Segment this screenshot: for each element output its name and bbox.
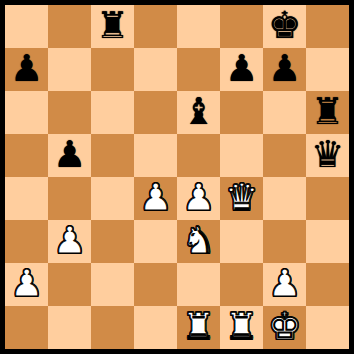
square-d2[interactable]: [134, 263, 177, 306]
square-e3[interactable]: ♞: [177, 220, 220, 263]
square-c2[interactable]: [91, 263, 134, 306]
square-f6[interactable]: [220, 91, 263, 134]
square-b7[interactable]: [48, 48, 91, 91]
piece-white-pawn-a2[interactable]: ♟: [10, 263, 43, 305]
piece-white-pawn-e4[interactable]: ♟: [182, 177, 215, 219]
square-g2[interactable]: ♟: [263, 263, 306, 306]
square-e7[interactable]: [177, 48, 220, 91]
square-a2[interactable]: ♟: [5, 263, 48, 306]
square-c4[interactable]: [91, 177, 134, 220]
square-h6[interactable]: ♜: [306, 91, 349, 134]
square-d6[interactable]: [134, 91, 177, 134]
piece-black-pawn-g7[interactable]: ♟: [268, 48, 301, 90]
square-f4[interactable]: ♛: [220, 177, 263, 220]
piece-white-queen-f4[interactable]: ♛: [225, 177, 258, 219]
square-h1[interactable]: [306, 306, 349, 349]
square-d7[interactable]: [134, 48, 177, 91]
square-f2[interactable]: [220, 263, 263, 306]
square-g4[interactable]: [263, 177, 306, 220]
board-frame: ♜♚♟♟♟♝♜♟♛♟♟♛♟♞♟♟♜♜♚: [0, 0, 354, 354]
piece-black-pawn-b5[interactable]: ♟: [53, 134, 86, 176]
square-f7[interactable]: ♟: [220, 48, 263, 91]
square-f8[interactable]: [220, 5, 263, 48]
square-a6[interactable]: [5, 91, 48, 134]
square-b8[interactable]: [48, 5, 91, 48]
square-c6[interactable]: [91, 91, 134, 134]
square-a7[interactable]: ♟: [5, 48, 48, 91]
square-d3[interactable]: [134, 220, 177, 263]
square-d8[interactable]: [134, 5, 177, 48]
piece-black-queen-h5[interactable]: ♛: [311, 134, 344, 176]
square-b2[interactable]: [48, 263, 91, 306]
square-h3[interactable]: [306, 220, 349, 263]
piece-black-pawn-f7[interactable]: ♟: [225, 48, 258, 90]
square-e5[interactable]: [177, 134, 220, 177]
square-h7[interactable]: [306, 48, 349, 91]
piece-black-bishop-e6[interactable]: ♝: [182, 91, 215, 133]
square-c7[interactable]: [91, 48, 134, 91]
piece-black-rook-c8[interactable]: ♜: [96, 5, 129, 47]
piece-black-rook-h6[interactable]: ♜: [311, 91, 344, 133]
square-b3[interactable]: ♟: [48, 220, 91, 263]
piece-white-rook-f1[interactable]: ♜: [225, 306, 258, 348]
square-f1[interactable]: ♜: [220, 306, 263, 349]
square-d4[interactable]: ♟: [134, 177, 177, 220]
square-e8[interactable]: [177, 5, 220, 48]
square-g1[interactable]: ♚: [263, 306, 306, 349]
square-h4[interactable]: [306, 177, 349, 220]
square-e4[interactable]: ♟: [177, 177, 220, 220]
square-f3[interactable]: [220, 220, 263, 263]
square-d1[interactable]: [134, 306, 177, 349]
square-e2[interactable]: [177, 263, 220, 306]
square-c8[interactable]: ♜: [91, 5, 134, 48]
square-a3[interactable]: [5, 220, 48, 263]
piece-white-knight-e3[interactable]: ♞: [182, 220, 215, 262]
piece-white-pawn-g2[interactable]: ♟: [268, 263, 301, 305]
square-g7[interactable]: ♟: [263, 48, 306, 91]
square-a1[interactable]: [5, 306, 48, 349]
square-b6[interactable]: [48, 91, 91, 134]
square-e1[interactable]: ♜: [177, 306, 220, 349]
piece-white-king-g1[interactable]: ♚: [268, 306, 301, 348]
square-d5[interactable]: [134, 134, 177, 177]
chess-board: ♜♚♟♟♟♝♜♟♛♟♟♛♟♞♟♟♜♜♚: [5, 5, 349, 349]
square-g5[interactable]: [263, 134, 306, 177]
square-g8[interactable]: ♚: [263, 5, 306, 48]
square-h8[interactable]: [306, 5, 349, 48]
square-h5[interactable]: ♛: [306, 134, 349, 177]
square-c1[interactable]: [91, 306, 134, 349]
square-c3[interactable]: [91, 220, 134, 263]
square-c5[interactable]: [91, 134, 134, 177]
square-a4[interactable]: [5, 177, 48, 220]
square-b5[interactable]: ♟: [48, 134, 91, 177]
square-f5[interactable]: [220, 134, 263, 177]
piece-white-rook-e1[interactable]: ♜: [182, 306, 215, 348]
square-b4[interactable]: [48, 177, 91, 220]
piece-white-pawn-b3[interactable]: ♟: [53, 220, 86, 262]
piece-black-pawn-a7[interactable]: ♟: [10, 48, 43, 90]
square-b1[interactable]: [48, 306, 91, 349]
piece-black-king-g8[interactable]: ♚: [268, 5, 301, 47]
square-g3[interactable]: [263, 220, 306, 263]
piece-white-pawn-d4[interactable]: ♟: [139, 177, 172, 219]
square-a5[interactable]: [5, 134, 48, 177]
square-g6[interactable]: [263, 91, 306, 134]
square-a8[interactable]: [5, 5, 48, 48]
square-h2[interactable]: [306, 263, 349, 306]
square-e6[interactable]: ♝: [177, 91, 220, 134]
